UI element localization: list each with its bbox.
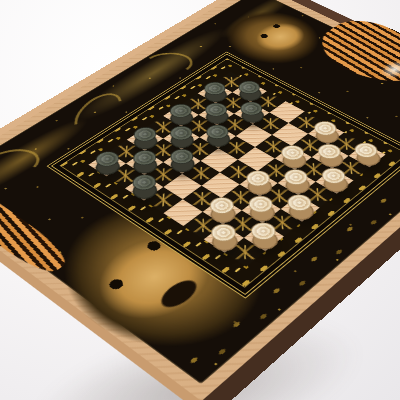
gold-flourish-icon bbox=[0, 144, 45, 187]
photo-stage bbox=[0, 0, 400, 400]
gold-flourish-icon bbox=[142, 51, 195, 77]
